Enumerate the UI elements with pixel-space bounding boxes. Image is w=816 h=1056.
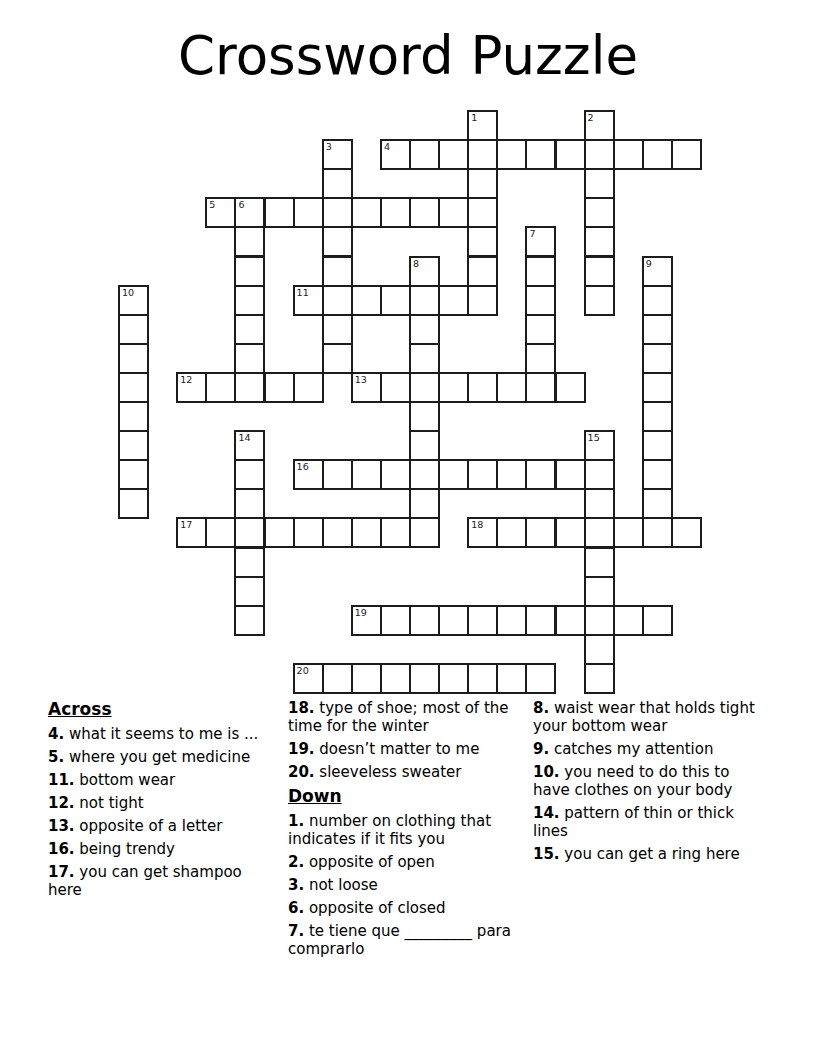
page-title: Crossword Puzzle [0, 26, 816, 87]
clue-number: 6. [288, 899, 304, 917]
clue-number: 13. [48, 817, 75, 835]
grid-cell-r6c6[interactable]: 11 [293, 285, 324, 316]
grid-cell-r9c18[interactable] [642, 372, 673, 403]
grid-cell-r19c12[interactable] [467, 663, 498, 694]
clue-16: 16. being trendy [48, 840, 262, 858]
grid-cell-r10c0[interactable] [118, 401, 149, 432]
grid-cell-r14c9[interactable] [380, 517, 411, 548]
grid-cell-r12c16[interactable] [584, 459, 615, 490]
clue-5: 5. where you get medicine [48, 748, 262, 766]
grid-cell-r6c9[interactable] [380, 285, 411, 316]
cell-number-2: 2 [588, 112, 594, 123]
grid-cell-r1c15[interactable] [555, 139, 586, 170]
grid-cell-r17c12[interactable] [467, 605, 498, 636]
grid-cell-r15c16[interactable] [584, 547, 615, 578]
grid-cell-r6c4[interactable] [234, 285, 265, 316]
clue-column-down-right: 8. waist wear that holds tight your bott… [533, 699, 763, 868]
clue-number: 3. [288, 876, 304, 894]
clue-9: 9. catches my attention [533, 740, 763, 758]
cell-number-15: 15 [588, 432, 600, 443]
grid-cell-r9c4[interactable] [234, 372, 265, 403]
grid-cell-r1c19[interactable] [671, 139, 702, 170]
grid-cell-r6c14[interactable] [525, 285, 556, 316]
grid-cell-r1c16[interactable] [584, 139, 615, 170]
grid-cell-r8c18[interactable] [642, 343, 673, 374]
grid-cell-r14c4[interactable] [234, 517, 265, 548]
grid-cell-r5c18[interactable]: 9 [642, 256, 673, 287]
cell-number-5: 5 [209, 199, 215, 210]
grid-cell-r1c9[interactable]: 4 [380, 139, 411, 170]
cell-number-4: 4 [384, 141, 390, 152]
clue-number: 17. [48, 863, 75, 881]
grid-cell-r14c17[interactable] [613, 517, 644, 548]
cell-number-3: 3 [326, 141, 332, 152]
grid-cell-r12c0[interactable] [118, 459, 149, 490]
clue-19: 19. doesn’t matter to me [288, 740, 524, 758]
grid-cell-r14c13[interactable] [496, 517, 527, 548]
grid-cell-r14c6[interactable] [293, 517, 324, 548]
grid-cell-r12c14[interactable] [525, 459, 556, 490]
grid-cell-r7c7[interactable] [322, 314, 353, 345]
grid-cell-r12c10[interactable] [409, 459, 440, 490]
grid-cell-r3c9[interactable] [380, 197, 411, 228]
grid-cell-r12c15[interactable] [555, 459, 586, 490]
grid-cell-r3c11[interactable] [438, 197, 469, 228]
grid-cell-r14c2[interactable]: 17 [176, 517, 207, 548]
grid-cell-r6c12[interactable] [467, 285, 498, 316]
grid-cell-r13c18[interactable] [642, 488, 673, 519]
grid-cell-r19c7[interactable] [322, 663, 353, 694]
grid-cell-r5c12[interactable] [467, 256, 498, 287]
grid-cell-r6c10[interactable] [409, 285, 440, 316]
clue-column-middle: 18. type of shoe; most of the time for t… [288, 699, 524, 963]
grid-cell-r6c7[interactable] [322, 285, 353, 316]
cell-number-20: 20 [297, 665, 309, 676]
grid-cell-r18c16[interactable] [584, 634, 615, 665]
grid-cell-r0c12[interactable]: 1 [467, 110, 498, 141]
grid-cell-r11c0[interactable] [118, 430, 149, 461]
grid-cell-r2c12[interactable] [467, 168, 498, 199]
clue-number: 7. [288, 922, 304, 940]
cell-number-1: 1 [471, 112, 477, 123]
grid-cell-r17c14[interactable] [525, 605, 556, 636]
grid-cell-r7c10[interactable] [409, 314, 440, 345]
grid-cell-r2c16[interactable] [584, 168, 615, 199]
grid-cell-r9c9[interactable] [380, 372, 411, 403]
grid-cell-r7c4[interactable] [234, 314, 265, 345]
grid-cell-r9c11[interactable] [438, 372, 469, 403]
grid-cell-r1c14[interactable] [525, 139, 556, 170]
clue-8: 8. waist wear that holds tight your bott… [533, 699, 763, 735]
cell-number-13: 13 [355, 374, 367, 385]
clue-13: 13. opposite of a letter [48, 817, 262, 835]
cell-number-18: 18 [471, 519, 483, 530]
clue-20: 20. sleeveless sweater [288, 763, 524, 781]
clue-column-across: Across4. what it seems to me is ...5. wh… [48, 699, 262, 904]
clue-7: 7. te tiene que _________ para comprarlo [288, 922, 524, 958]
grid-cell-r9c0[interactable] [118, 372, 149, 403]
grid-cell-r12c6[interactable]: 16 [293, 459, 324, 490]
grid-cell-r12c8[interactable] [351, 459, 382, 490]
clue-10: 10. you need to do this to have clothes … [533, 763, 763, 799]
clue-1: 1. number on clothing that indicates if … [288, 812, 524, 848]
grid-cell-r7c18[interactable] [642, 314, 673, 345]
grid-cell-r12c9[interactable] [380, 459, 411, 490]
clue-number: 10. [533, 763, 560, 781]
grid-cell-r9c3[interactable] [205, 372, 236, 403]
grid-cell-r19c11[interactable] [438, 663, 469, 694]
grid-cell-r9c14[interactable] [525, 372, 556, 403]
grid-cell-r9c10[interactable] [409, 372, 440, 403]
grid-cell-r3c5[interactable] [264, 197, 295, 228]
grid-cell-r6c16[interactable] [584, 285, 615, 316]
clue-number: 15. [533, 845, 560, 863]
grid-cell-r14c19[interactable] [671, 517, 702, 548]
grid-cell-r11c16[interactable]: 15 [584, 430, 615, 461]
clue-18: 18. type of shoe; most of the time for t… [288, 699, 524, 735]
grid-cell-r17c17[interactable] [613, 605, 644, 636]
grid-cell-r6c18[interactable] [642, 285, 673, 316]
grid-cell-r11c4[interactable]: 14 [234, 430, 265, 461]
cell-number-14: 14 [238, 432, 250, 443]
crossword-grid: 1234567891011121314151617181920 [118, 110, 702, 694]
grid-cell-r5c7[interactable] [322, 256, 353, 287]
grid-cell-r3c3[interactable]: 5 [205, 197, 236, 228]
grid-cell-r17c8[interactable]: 19 [351, 605, 382, 636]
grid-cell-r7c0[interactable] [118, 314, 149, 345]
cell-number-7: 7 [529, 228, 535, 239]
grid-cell-r3c7[interactable] [322, 197, 353, 228]
clue-number: 5. [48, 748, 64, 766]
grid-cell-r2c7[interactable] [322, 168, 353, 199]
grid-cell-r9c8[interactable]: 13 [351, 372, 382, 403]
grid-cell-r14c8[interactable] [351, 517, 382, 548]
grid-cell-r11c10[interactable] [409, 430, 440, 461]
grid-cell-r0c16[interactable]: 2 [584, 110, 615, 141]
grid-cell-r5c16[interactable] [584, 256, 615, 287]
grid-cell-r17c4[interactable] [234, 605, 265, 636]
grid-cell-r3c12[interactable] [467, 197, 498, 228]
grid-cell-r11c18[interactable] [642, 430, 673, 461]
grid-cell-r3c16[interactable] [584, 197, 615, 228]
grid-cell-r19c10[interactable] [409, 663, 440, 694]
grid-cell-r4c4[interactable] [234, 226, 265, 257]
grid-cell-r9c5[interactable] [264, 372, 295, 403]
cell-number-12: 12 [180, 374, 192, 385]
clue-number: 14. [533, 804, 560, 822]
grid-cell-r17c11[interactable] [438, 605, 469, 636]
grid-cell-r7c14[interactable] [525, 314, 556, 345]
grid-cell-r17c16[interactable] [584, 605, 615, 636]
grid-cell-r19c8[interactable] [351, 663, 382, 694]
grid-cell-r9c13[interactable] [496, 372, 527, 403]
grid-cell-r19c13[interactable] [496, 663, 527, 694]
grid-cell-r1c10[interactable] [409, 139, 440, 170]
clue-number: 12. [48, 794, 75, 812]
grid-cell-r17c13[interactable] [496, 605, 527, 636]
grid-cell-r8c10[interactable] [409, 343, 440, 374]
cell-number-9: 9 [646, 258, 652, 269]
grid-cell-r8c14[interactable] [525, 343, 556, 374]
clue-2: 2. opposite of open [288, 853, 524, 871]
grid-cell-r14c18[interactable] [642, 517, 673, 548]
grid-cell-r1c17[interactable] [613, 139, 644, 170]
grid-cell-r17c10[interactable] [409, 605, 440, 636]
grid-cell-r13c10[interactable] [409, 488, 440, 519]
grid-cell-r17c18[interactable] [642, 605, 673, 636]
grid-cell-r12c7[interactable] [322, 459, 353, 490]
clue-15: 15. you can get a ring here [533, 845, 763, 863]
grid-cell-r9c6[interactable] [293, 372, 324, 403]
grid-cell-r19c6[interactable]: 20 [293, 663, 324, 694]
clue-number: 11. [48, 771, 75, 789]
grid-cell-r1c11[interactable] [438, 139, 469, 170]
cell-number-8: 8 [413, 258, 419, 269]
grid-cell-r10c10[interactable] [409, 401, 440, 432]
grid-cell-r4c14[interactable]: 7 [525, 226, 556, 257]
clue-number: 16. [48, 840, 75, 858]
grid-cell-r12c11[interactable] [438, 459, 469, 490]
down-header: Down [288, 786, 524, 807]
grid-cell-r9c12[interactable] [467, 372, 498, 403]
cell-number-6: 6 [238, 199, 244, 210]
grid-cell-r17c9[interactable] [380, 605, 411, 636]
grid-cell-r12c13[interactable] [496, 459, 527, 490]
clue-4: 4. what it seems to me is ... [48, 725, 262, 743]
clue-12: 12. not tight [48, 794, 262, 812]
grid-cell-r3c8[interactable] [351, 197, 382, 228]
grid-cell-r6c8[interactable] [351, 285, 382, 316]
grid-cell-r5c14[interactable] [525, 256, 556, 287]
grid-cell-r14c10[interactable] [409, 517, 440, 548]
grid-cell-r19c16[interactable] [584, 663, 615, 694]
clue-17: 17. you can get shampoo here [48, 863, 262, 899]
grid-cell-r3c10[interactable] [409, 197, 440, 228]
cell-number-17: 17 [180, 519, 192, 530]
cell-number-11: 11 [297, 287, 309, 298]
grid-cell-r14c5[interactable] [264, 517, 295, 548]
grid-cell-r6c0[interactable]: 10 [118, 285, 149, 316]
grid-cell-r9c2[interactable]: 12 [176, 372, 207, 403]
grid-cell-r13c4[interactable] [234, 488, 265, 519]
clue-number: 2. [288, 853, 304, 871]
grid-cell-r14c16[interactable] [584, 517, 615, 548]
grid-cell-r8c7[interactable] [322, 343, 353, 374]
across-header: Across [48, 699, 262, 720]
grid-cell-r5c10[interactable]: 8 [409, 256, 440, 287]
grid-cell-r19c14[interactable] [525, 663, 556, 694]
clue-number: 9. [533, 740, 549, 758]
clue-6: 6. opposite of closed [288, 899, 524, 917]
cell-number-16: 16 [297, 461, 309, 472]
clue-number: 19. [288, 740, 315, 758]
grid-cell-r13c0[interactable] [118, 488, 149, 519]
grid-cell-r6c11[interactable] [438, 285, 469, 316]
grid-cell-r14c3[interactable] [205, 517, 236, 548]
grid-cell-r1c12[interactable] [467, 139, 498, 170]
grid-cell-r12c18[interactable] [642, 459, 673, 490]
grid-cell-r5c4[interactable] [234, 256, 265, 287]
grid-cell-r1c13[interactable] [496, 139, 527, 170]
clue-number: 1. [288, 812, 304, 830]
clue-number: 4. [48, 725, 64, 743]
grid-cell-r19c9[interactable] [380, 663, 411, 694]
grid-cell-r10c18[interactable] [642, 401, 673, 432]
grid-cell-r14c15[interactable] [555, 517, 586, 548]
cell-number-10: 10 [122, 287, 134, 298]
grid-cell-r4c12[interactable] [467, 226, 498, 257]
cell-number-19: 19 [355, 607, 367, 618]
clue-3: 3. not loose [288, 876, 524, 894]
grid-cell-r15c4[interactable] [234, 547, 265, 578]
grid-cell-r12c4[interactable] [234, 459, 265, 490]
clue-14: 14. pattern of thin or thick lines [533, 804, 763, 840]
grid-cell-r8c0[interactable] [118, 343, 149, 374]
grid-cell-r4c16[interactable] [584, 226, 615, 257]
grid-cell-r1c7[interactable]: 3 [322, 139, 353, 170]
grid-cell-r8c4[interactable] [234, 343, 265, 374]
grid-cell-r14c14[interactable] [525, 517, 556, 548]
grid-cell-r3c6[interactable] [293, 197, 324, 228]
grid-cell-r16c4[interactable] [234, 576, 265, 607]
grid-cell-r14c12[interactable]: 18 [467, 517, 498, 548]
grid-cell-r12c12[interactable] [467, 459, 498, 490]
clue-number: 20. [288, 763, 315, 781]
clue-11: 11. bottom wear [48, 771, 262, 789]
clue-number: 18. [288, 699, 315, 717]
grid-cell-r3c4[interactable]: 6 [234, 197, 265, 228]
grid-cell-r9c15[interactable] [555, 372, 586, 403]
grid-cell-r17c15[interactable] [555, 605, 586, 636]
grid-cell-r1c18[interactable] [642, 139, 673, 170]
grid-cell-r4c7[interactable] [322, 226, 353, 257]
grid-cell-r14c7[interactable] [322, 517, 353, 548]
grid-cell-r16c16[interactable] [584, 576, 615, 607]
clue-number: 8. [533, 699, 549, 717]
grid-cell-r13c16[interactable] [584, 488, 615, 519]
